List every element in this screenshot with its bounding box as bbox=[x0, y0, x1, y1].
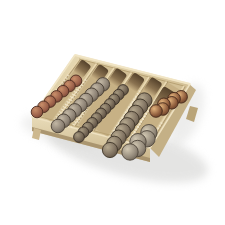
photo-canvas bbox=[0, 0, 225, 225]
coin-nickel bbox=[51, 119, 65, 133]
coin-quarter bbox=[102, 142, 117, 157]
coin-penny bbox=[31, 106, 43, 118]
coin-dollar bbox=[150, 105, 163, 118]
coin-dime bbox=[74, 132, 85, 143]
coin-half-dollar bbox=[122, 144, 138, 160]
coin-tray-image bbox=[0, 0, 225, 225]
